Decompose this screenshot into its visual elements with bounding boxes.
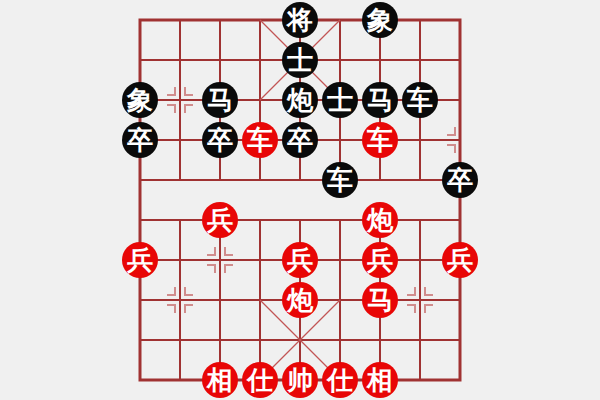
black-chariot[interactable]: 车 (322, 162, 358, 198)
red-soldier[interactable]: 兵 (202, 202, 238, 238)
red-general[interactable]: 帅 (282, 362, 318, 398)
red-elephant[interactable]: 相 (362, 362, 398, 398)
black-elephant[interactable]: 象 (122, 82, 158, 118)
black-horse[interactable]: 马 (362, 82, 398, 118)
black-horse[interactable]: 马 (202, 82, 238, 118)
red-advisor[interactable]: 仕 (322, 362, 358, 398)
red-soldier[interactable]: 兵 (362, 242, 398, 278)
red-elephant[interactable]: 相 (202, 362, 238, 398)
black-soldier[interactable]: 卒 (442, 162, 478, 198)
pieces-layer: 将象士象马炮士马车卒卒车卒车车卒兵炮兵兵兵兵炮马相仕帅仕相 (0, 0, 600, 400)
black-general[interactable]: 将 (282, 2, 318, 38)
black-cannon[interactable]: 炮 (282, 82, 318, 118)
red-soldier[interactable]: 兵 (282, 242, 318, 278)
black-soldier[interactable]: 卒 (122, 122, 158, 158)
black-soldier[interactable]: 卒 (202, 122, 238, 158)
red-advisor[interactable]: 仕 (242, 362, 278, 398)
black-advisor[interactable]: 士 (322, 82, 358, 118)
xiangqi-board[interactable]: 将象士象马炮士马车卒卒车卒车车卒兵炮兵兵兵兵炮马相仕帅仕相 (0, 0, 600, 400)
black-soldier[interactable]: 卒 (282, 122, 318, 158)
red-cannon[interactable]: 炮 (362, 202, 398, 238)
red-cannon[interactable]: 炮 (282, 282, 318, 318)
red-soldier[interactable]: 兵 (442, 242, 478, 278)
red-soldier[interactable]: 兵 (122, 242, 158, 278)
red-chariot[interactable]: 车 (242, 122, 278, 158)
red-chariot[interactable]: 车 (362, 122, 398, 158)
black-elephant[interactable]: 象 (362, 2, 398, 38)
black-advisor[interactable]: 士 (282, 42, 318, 78)
red-horse[interactable]: 马 (362, 282, 398, 318)
black-chariot[interactable]: 车 (402, 82, 438, 118)
